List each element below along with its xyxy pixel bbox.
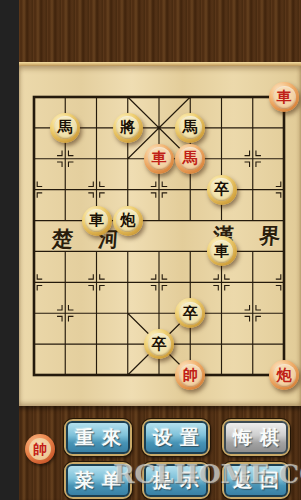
piece-glyph: 車: [277, 90, 292, 105]
turn-indicator-glyph: 帥: [33, 442, 47, 456]
settings-button[interactable]: 设置: [142, 419, 210, 456]
piece-red-horse[interactable]: 馬: [175, 144, 205, 174]
piece-glyph: 車: [152, 151, 167, 166]
piece-black-soldier[interactable]: 卒: [207, 175, 237, 205]
menu-button[interactable]: 菜单: [64, 462, 132, 499]
top-wood-bar: [19, 0, 301, 62]
piece-glyph: 帥: [183, 368, 198, 383]
restart-button[interactable]: 重來: [64, 419, 132, 456]
piece-black-soldier[interactable]: 卒: [144, 329, 174, 359]
piece-glyph: 車: [214, 244, 229, 259]
back-button[interactable]: 返回: [222, 462, 290, 499]
piece-red-cannon[interactable]: 炮: [269, 360, 299, 390]
piece-glyph: 卒: [152, 337, 167, 352]
piece-glyph: 馬: [58, 120, 73, 135]
piece-black-cannon[interactable]: 炮: [113, 206, 143, 236]
xiangqi-app: 楚 河 漢 界 車馬將馬車馬卒車炮車卒卒帥炮 帥 重來 设置 悔棋 菜单 提示 …: [19, 0, 301, 500]
piece-black-chariot[interactable]: 車: [207, 236, 237, 266]
piece-black-chariot[interactable]: 車: [82, 206, 112, 236]
piece-red-chariot[interactable]: 車: [144, 144, 174, 174]
piece-glyph: 卒: [214, 182, 229, 197]
piece-glyph: 炮: [277, 368, 292, 383]
piece-glyph: 將: [120, 120, 135, 135]
piece-black-general[interactable]: 將: [113, 113, 143, 143]
piece-black-horse[interactable]: 馬: [50, 113, 80, 143]
piece-glyph: 馬: [183, 151, 198, 166]
piece-glyph: 車: [89, 213, 104, 228]
piece-glyph: 卒: [183, 306, 198, 321]
piece-red-chariot[interactable]: 車: [269, 82, 299, 112]
piece-glyph: 炮: [120, 213, 135, 228]
turn-indicator: 帥: [25, 434, 55, 464]
piece-glyph: 馬: [183, 120, 198, 135]
piece-black-horse[interactable]: 馬: [175, 113, 205, 143]
hint-button[interactable]: 提示: [142, 462, 210, 499]
undo-button[interactable]: 悔棋: [222, 419, 290, 456]
